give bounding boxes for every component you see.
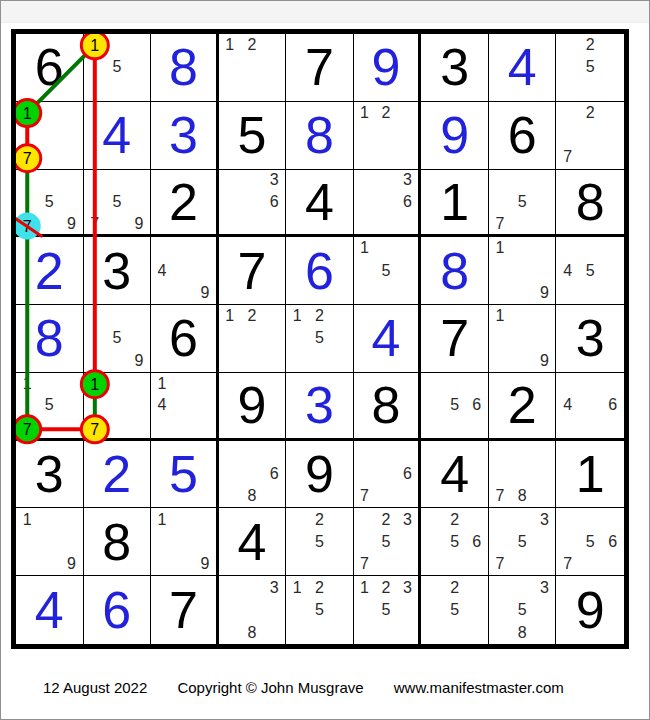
cell-r6c4[interactable]: 9 bbox=[219, 373, 287, 441]
cell-r5c5[interactable]: 125 bbox=[286, 305, 354, 373]
candidate-9 bbox=[601, 553, 624, 575]
cell-r4c8[interactable]: 19 bbox=[489, 237, 557, 305]
cell-r7c9[interactable]: 1 bbox=[556, 441, 624, 509]
cell-r2c5[interactable]: 8 bbox=[286, 102, 354, 170]
cell-r5c3[interactable]: 6 bbox=[151, 305, 219, 373]
candidate-4 bbox=[556, 124, 579, 146]
candidate-8: 8 bbox=[241, 621, 263, 644]
candidate-5: 5 bbox=[444, 531, 466, 553]
candidate-grid: 19 bbox=[151, 508, 216, 575]
cell-r4c2[interactable]: 3 bbox=[84, 237, 152, 305]
candidate-9 bbox=[128, 79, 150, 101]
candidate-grid: 45 bbox=[556, 237, 624, 304]
cell-r5c1[interactable]: 8 bbox=[16, 305, 84, 373]
candidate-7 bbox=[151, 553, 173, 575]
candidate-grid: 17 bbox=[16, 102, 83, 169]
candidate-3: 3 bbox=[533, 576, 555, 599]
cell-r4c7[interactable]: 8 bbox=[421, 237, 489, 305]
cell-r3c9[interactable]: 8 bbox=[556, 170, 624, 238]
candidate-1: 1 bbox=[219, 305, 241, 327]
candidate-grid: 579 bbox=[84, 170, 151, 235]
candidate-1 bbox=[219, 441, 241, 463]
cell-r8c3[interactable]: 19 bbox=[151, 508, 219, 576]
candidate-3 bbox=[194, 508, 216, 530]
cell-r3c8[interactable]: 57 bbox=[489, 170, 557, 238]
candidate-5: 5 bbox=[38, 394, 60, 416]
given-digit: 3 bbox=[102, 245, 131, 297]
candidate-1: 1 bbox=[286, 576, 308, 599]
cell-r7c5[interactable]: 9 bbox=[286, 441, 354, 509]
candidate-grid: 357 bbox=[489, 508, 556, 575]
candidate-5 bbox=[579, 394, 602, 416]
candidate-8 bbox=[511, 213, 533, 235]
candidate-7 bbox=[84, 79, 106, 101]
candidate-7: 7 bbox=[16, 146, 38, 168]
candidate-1: 1 bbox=[286, 305, 308, 327]
candidate-3 bbox=[60, 373, 82, 395]
candidate-1: 1 bbox=[151, 373, 173, 395]
cell-r9c2[interactable]: 6 bbox=[84, 576, 152, 644]
candidate-6 bbox=[128, 394, 150, 416]
candidate-6 bbox=[331, 531, 353, 553]
candidate-8 bbox=[106, 79, 128, 101]
given-digit: 4 bbox=[440, 448, 469, 500]
cell-r8c5[interactable]: 25 bbox=[286, 508, 354, 576]
cell-r9c4[interactable]: 38 bbox=[219, 576, 287, 644]
given-digit: 6 bbox=[35, 41, 64, 93]
candidate-4 bbox=[84, 394, 106, 416]
cell-r9c8[interactable]: 358 bbox=[489, 576, 557, 644]
candidate-grid: 14 bbox=[151, 373, 216, 438]
candidate-5: 5 bbox=[375, 531, 397, 553]
cell-r3c7[interactable]: 1 bbox=[421, 170, 489, 238]
candidate-6 bbox=[128, 327, 150, 349]
cell-r9c7[interactable]: 25 bbox=[421, 576, 489, 644]
candidate-8 bbox=[106, 416, 128, 438]
candidate-4 bbox=[421, 531, 443, 553]
candidate-2 bbox=[38, 170, 60, 192]
candidate-grid: 25 bbox=[421, 576, 488, 644]
given-digit: 1 bbox=[576, 448, 605, 500]
candidate-2: 2 bbox=[375, 576, 397, 599]
candidate-8 bbox=[308, 553, 330, 575]
candidate-6 bbox=[533, 463, 555, 485]
cell-r8c6[interactable]: 2357 bbox=[354, 508, 422, 576]
candidate-3 bbox=[128, 34, 150, 56]
candidate-2 bbox=[106, 305, 128, 327]
candidate-4 bbox=[354, 599, 376, 622]
candidate-7 bbox=[489, 282, 511, 304]
cell-r8c4[interactable]: 4 bbox=[219, 508, 287, 576]
candidate-2 bbox=[579, 373, 602, 395]
cell-r3c4[interactable]: 36 bbox=[219, 170, 287, 238]
cell-r6c1[interactable]: 157 bbox=[16, 373, 84, 441]
cell-r7c3[interactable]: 5 bbox=[151, 441, 219, 509]
candidate-2: 2 bbox=[579, 102, 602, 124]
candidate-9 bbox=[263, 350, 285, 372]
candidate-7: 7 bbox=[16, 213, 38, 235]
candidate-7 bbox=[151, 416, 173, 438]
cell-r7c6[interactable]: 67 bbox=[354, 441, 422, 509]
candidate-3: 3 bbox=[263, 576, 285, 599]
cell-r3c2[interactable]: 579 bbox=[84, 170, 152, 238]
cell-r8c1[interactable]: 19 bbox=[16, 508, 84, 576]
candidate-1 bbox=[489, 441, 511, 463]
cell-r1c5[interactable]: 7 bbox=[286, 34, 354, 102]
candidate-6 bbox=[263, 599, 285, 622]
candidate-1: 1 bbox=[354, 237, 376, 259]
cell-r8c2[interactable]: 8 bbox=[84, 508, 152, 576]
candidate-9 bbox=[397, 146, 419, 168]
solved-digit: 4 bbox=[35, 584, 64, 636]
cell-r6c8[interactable]: 2 bbox=[489, 373, 557, 441]
candidate-5: 5 bbox=[106, 191, 128, 213]
candidate-9 bbox=[397, 553, 419, 575]
candidate-1 bbox=[354, 508, 376, 530]
candidate-3 bbox=[601, 237, 624, 259]
candidate-8 bbox=[173, 282, 195, 304]
candidate-1: 1 bbox=[84, 34, 106, 56]
candidate-8 bbox=[106, 213, 128, 235]
candidate-8 bbox=[444, 416, 466, 438]
candidate-4: 4 bbox=[556, 260, 579, 282]
given-digit: 3 bbox=[576, 312, 605, 364]
cell-r2c1[interactable]: 17 bbox=[16, 102, 84, 170]
cell-r1c1[interactable]: 6 bbox=[16, 34, 84, 102]
candidate-2 bbox=[38, 508, 60, 530]
cell-r1c9[interactable]: 25 bbox=[556, 34, 624, 102]
candidate-4 bbox=[151, 531, 173, 553]
candidate-5 bbox=[511, 260, 533, 282]
candidate-1 bbox=[354, 170, 376, 192]
candidate-3 bbox=[128, 373, 150, 395]
candidate-4 bbox=[489, 599, 511, 622]
cell-r4c3[interactable]: 49 bbox=[151, 237, 219, 305]
candidate-7 bbox=[16, 553, 38, 575]
candidate-grid: 19 bbox=[16, 508, 83, 575]
candidate-2 bbox=[106, 170, 128, 192]
candidate-9: 9 bbox=[60, 553, 82, 575]
cell-r6c6[interactable]: 8 bbox=[354, 373, 422, 441]
candidate-5 bbox=[241, 463, 263, 485]
cell-r1c3[interactable]: 8 bbox=[151, 34, 219, 102]
candidate-4 bbox=[219, 56, 241, 78]
candidate-7: 7 bbox=[16, 416, 38, 438]
candidate-7: 7 bbox=[84, 213, 106, 235]
candidate-grid: 12 bbox=[219, 305, 286, 372]
candidate-8 bbox=[106, 350, 128, 372]
candidate-grid: 46 bbox=[556, 373, 624, 438]
candidate-3 bbox=[601, 373, 624, 395]
candidate-6: 6 bbox=[263, 191, 285, 213]
candidate-6 bbox=[397, 599, 419, 622]
candidate-4 bbox=[84, 191, 106, 213]
candidate-9 bbox=[466, 416, 488, 438]
candidate-6 bbox=[397, 260, 419, 282]
candidate-4 bbox=[489, 531, 511, 553]
candidate-grid: 49 bbox=[151, 237, 216, 304]
candidate-4 bbox=[421, 394, 443, 416]
cell-r1c6[interactable]: 9 bbox=[354, 34, 422, 102]
candidate-3 bbox=[263, 305, 285, 327]
candidate-5 bbox=[173, 531, 195, 553]
given-digit: 3 bbox=[35, 448, 64, 500]
footer-website: www.manifestmaster.com bbox=[394, 679, 564, 696]
solved-digit: 8 bbox=[440, 245, 469, 297]
cell-r4c1[interactable]: 2 bbox=[16, 237, 84, 305]
candidate-1 bbox=[219, 576, 241, 599]
candidate-3 bbox=[533, 170, 555, 192]
candidate-8 bbox=[375, 146, 397, 168]
candidate-8 bbox=[241, 350, 263, 372]
candidate-7: 7 bbox=[556, 146, 579, 168]
candidate-9 bbox=[128, 416, 150, 438]
cell-r7c1[interactable]: 3 bbox=[16, 441, 84, 509]
cell-r6c7[interactable]: 56 bbox=[421, 373, 489, 441]
candidate-4 bbox=[219, 191, 241, 213]
candidate-5: 5 bbox=[308, 327, 330, 349]
candidate-6: 6 bbox=[601, 531, 624, 553]
candidate-1: 1 bbox=[151, 508, 173, 530]
cell-r2c2[interactable]: 4 bbox=[84, 102, 152, 170]
candidate-5: 5 bbox=[375, 599, 397, 622]
candidate-7 bbox=[421, 621, 443, 644]
candidate-2: 2 bbox=[444, 508, 466, 530]
given-digit: 6 bbox=[508, 109, 537, 161]
candidate-7: 7 bbox=[556, 553, 579, 575]
candidate-1 bbox=[354, 441, 376, 463]
candidate-5: 5 bbox=[106, 327, 128, 349]
cell-r5c4[interactable]: 12 bbox=[219, 305, 287, 373]
candidate-9 bbox=[194, 416, 216, 438]
given-digit: 7 bbox=[305, 41, 334, 93]
candidate-grid: 25 bbox=[556, 34, 624, 101]
candidate-8 bbox=[579, 282, 602, 304]
candidate-3 bbox=[601, 102, 624, 124]
cell-r8c8[interactable]: 357 bbox=[489, 508, 557, 576]
candidate-6 bbox=[60, 124, 82, 146]
cell-r6c2[interactable]: 17 bbox=[84, 373, 152, 441]
candidate-6: 6 bbox=[397, 191, 419, 213]
cell-r9c9[interactable]: 9 bbox=[556, 576, 624, 644]
candidate-grid: 2357 bbox=[354, 508, 419, 575]
solved-digit: 4 bbox=[508, 41, 537, 93]
cell-r9c1[interactable]: 4 bbox=[16, 576, 84, 644]
candidate-7 bbox=[84, 350, 106, 372]
cell-r5c8[interactable]: 19 bbox=[489, 305, 557, 373]
page: 1177177 61581279342517435812962757957923… bbox=[0, 0, 650, 720]
cell-r2c9[interactable]: 27 bbox=[556, 102, 624, 170]
candidate-8 bbox=[173, 553, 195, 575]
cell-r1c2[interactable]: 15 bbox=[84, 34, 152, 102]
cell-r9c6[interactable]: 1235 bbox=[354, 576, 422, 644]
candidate-8 bbox=[511, 350, 533, 372]
cell-r4c4[interactable]: 7 bbox=[219, 237, 287, 305]
cell-r4c6[interactable]: 15 bbox=[354, 237, 422, 305]
candidate-7 bbox=[286, 621, 308, 644]
candidate-7 bbox=[354, 146, 376, 168]
cell-r1c4[interactable]: 12 bbox=[219, 34, 287, 102]
candidate-5 bbox=[375, 463, 397, 485]
candidate-8 bbox=[241, 213, 263, 235]
cell-r7c2[interactable]: 2 bbox=[84, 441, 152, 509]
candidate-grid: 12 bbox=[354, 102, 419, 169]
candidate-8 bbox=[511, 553, 533, 575]
cell-r3c6[interactable]: 36 bbox=[354, 170, 422, 238]
candidate-5: 5 bbox=[511, 531, 533, 553]
candidate-8 bbox=[38, 416, 60, 438]
candidate-9 bbox=[601, 282, 624, 304]
candidate-8: 8 bbox=[511, 621, 533, 644]
cell-r6c5[interactable]: 3 bbox=[286, 373, 354, 441]
candidate-2 bbox=[173, 508, 195, 530]
candidate-1 bbox=[421, 576, 443, 599]
candidate-8 bbox=[38, 553, 60, 575]
candidate-8 bbox=[579, 146, 602, 168]
candidate-3 bbox=[128, 305, 150, 327]
cell-r7c4[interactable]: 68 bbox=[219, 441, 287, 509]
candidate-2 bbox=[511, 576, 533, 599]
candidate-5: 5 bbox=[375, 260, 397, 282]
given-digit: 3 bbox=[440, 41, 469, 93]
solved-digit: 6 bbox=[305, 245, 334, 297]
candidate-8 bbox=[308, 350, 330, 372]
candidate-5 bbox=[579, 124, 602, 146]
candidate-7 bbox=[354, 213, 376, 235]
cell-r2c6[interactable]: 12 bbox=[354, 102, 422, 170]
given-digit: 7 bbox=[169, 584, 198, 636]
candidate-7 bbox=[286, 350, 308, 372]
candidate-7: 7 bbox=[354, 553, 376, 575]
candidate-1 bbox=[556, 237, 579, 259]
candidate-2: 2 bbox=[444, 576, 466, 599]
cell-r9c5[interactable]: 125 bbox=[286, 576, 354, 644]
candidate-6 bbox=[194, 394, 216, 416]
given-digit: 2 bbox=[508, 379, 537, 431]
candidate-6 bbox=[397, 531, 419, 553]
candidate-grid: 36 bbox=[354, 170, 419, 235]
cell-r7c8[interactable]: 78 bbox=[489, 441, 557, 509]
given-digit: 4 bbox=[305, 176, 334, 228]
candidate-8: 8 bbox=[241, 485, 263, 507]
cell-r8c9[interactable]: 567 bbox=[556, 508, 624, 576]
candidate-9 bbox=[533, 485, 555, 507]
solved-digit: 6 bbox=[102, 584, 131, 636]
candidate-2 bbox=[241, 441, 263, 463]
cell-r7c7[interactable]: 4 bbox=[421, 441, 489, 509]
cell-r3c3[interactable]: 2 bbox=[151, 170, 219, 238]
cell-r5c7[interactable]: 7 bbox=[421, 305, 489, 373]
candidate-9: 9 bbox=[128, 350, 150, 372]
candidate-4 bbox=[354, 124, 376, 146]
candidate-1 bbox=[84, 305, 106, 327]
candidate-4 bbox=[286, 531, 308, 553]
candidate-5 bbox=[38, 531, 60, 553]
cell-r9c3[interactable]: 7 bbox=[151, 576, 219, 644]
cell-r1c8[interactable]: 4 bbox=[489, 34, 557, 102]
given-digit: 8 bbox=[372, 379, 401, 431]
candidate-7: 7 bbox=[489, 213, 511, 235]
candidate-5: 5 bbox=[444, 394, 466, 416]
candidate-6 bbox=[533, 599, 555, 622]
candidate-1: 1 bbox=[16, 373, 38, 395]
cell-r5c9[interactable]: 3 bbox=[556, 305, 624, 373]
candidate-2 bbox=[375, 441, 397, 463]
footer-date: 12 August 2022 bbox=[43, 679, 147, 696]
candidate-4 bbox=[354, 531, 376, 553]
cell-r2c4[interactable]: 5 bbox=[219, 102, 287, 170]
cell-r6c3[interactable]: 14 bbox=[151, 373, 219, 441]
candidate-4 bbox=[556, 56, 579, 78]
candidate-3 bbox=[397, 102, 419, 124]
candidate-2: 2 bbox=[375, 102, 397, 124]
candidate-7 bbox=[286, 553, 308, 575]
candidate-1: 1 bbox=[16, 508, 38, 530]
candidate-7 bbox=[219, 621, 241, 644]
candidate-1 bbox=[556, 102, 579, 124]
candidate-8 bbox=[308, 621, 330, 644]
candidate-grid: 38 bbox=[219, 576, 286, 644]
candidate-9 bbox=[397, 485, 419, 507]
candidate-8 bbox=[579, 79, 602, 101]
candidate-9 bbox=[60, 146, 82, 168]
solved-digit: 8 bbox=[305, 109, 334, 161]
cell-r5c2[interactable]: 59 bbox=[84, 305, 152, 373]
candidate-1 bbox=[556, 508, 579, 530]
candidate-8 bbox=[38, 146, 60, 168]
solved-digit: 3 bbox=[305, 379, 334, 431]
candidate-grid: 157 bbox=[16, 373, 83, 438]
candidate-7: 7 bbox=[489, 553, 511, 575]
candidate-7 bbox=[354, 621, 376, 644]
candidate-6 bbox=[533, 260, 555, 282]
candidate-6 bbox=[194, 531, 216, 553]
cell-r8c7[interactable]: 256 bbox=[421, 508, 489, 576]
cell-r5c6[interactable]: 4 bbox=[354, 305, 422, 373]
cell-r6c9[interactable]: 46 bbox=[556, 373, 624, 441]
given-digit: 9 bbox=[237, 379, 266, 431]
candidate-3 bbox=[60, 102, 82, 124]
candidate-6 bbox=[601, 124, 624, 146]
candidate-5 bbox=[511, 463, 533, 485]
candidate-2 bbox=[444, 373, 466, 395]
cell-r4c9[interactable]: 45 bbox=[556, 237, 624, 305]
candidate-1: 1 bbox=[354, 102, 376, 124]
candidate-3 bbox=[331, 508, 353, 530]
candidate-3 bbox=[331, 576, 353, 599]
cell-r4c5[interactable]: 6 bbox=[286, 237, 354, 305]
candidate-9 bbox=[263, 621, 285, 644]
cell-r1c7[interactable]: 3 bbox=[421, 34, 489, 102]
cell-r3c5[interactable]: 4 bbox=[286, 170, 354, 238]
given-digit: 1 bbox=[440, 176, 469, 228]
candidate-9 bbox=[601, 79, 624, 101]
candidate-3 bbox=[601, 508, 624, 530]
candidate-2 bbox=[173, 237, 195, 259]
candidate-3 bbox=[60, 508, 82, 530]
cell-r2c8[interactable]: 6 bbox=[489, 102, 557, 170]
candidate-2 bbox=[511, 508, 533, 530]
cell-r2c3[interactable]: 3 bbox=[151, 102, 219, 170]
cell-r3c1[interactable]: 579 bbox=[16, 170, 84, 238]
candidate-5 bbox=[173, 260, 195, 282]
candidate-6 bbox=[601, 56, 624, 78]
candidate-5: 5 bbox=[106, 56, 128, 78]
candidate-3 bbox=[397, 441, 419, 463]
solved-digit: 9 bbox=[440, 109, 469, 161]
cell-r2c7[interactable]: 9 bbox=[421, 102, 489, 170]
candidate-1 bbox=[556, 373, 579, 395]
